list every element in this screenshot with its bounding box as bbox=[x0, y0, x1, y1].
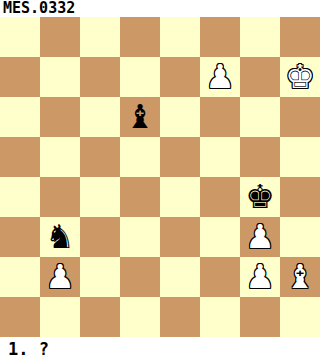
square-d6[interactable]: ♝ bbox=[120, 97, 160, 137]
square-f7[interactable]: ♟ bbox=[200, 57, 240, 97]
square-g2[interactable]: ♟ bbox=[240, 257, 280, 297]
chess-board: ♟♚♝♚♞♟♟♟♝ bbox=[0, 17, 320, 337]
square-h7[interactable]: ♚ bbox=[280, 57, 320, 97]
square-c3[interactable] bbox=[80, 217, 120, 257]
square-b5[interactable] bbox=[40, 137, 80, 177]
square-d3[interactable] bbox=[120, 217, 160, 257]
square-a2[interactable] bbox=[0, 257, 40, 297]
square-f5[interactable] bbox=[200, 137, 240, 177]
square-c1[interactable] bbox=[80, 297, 120, 337]
white-pawn: ♟ bbox=[45, 257, 75, 297]
square-a7[interactable] bbox=[0, 57, 40, 97]
square-h3[interactable] bbox=[280, 217, 320, 257]
square-d7[interactable] bbox=[120, 57, 160, 97]
square-f3[interactable] bbox=[200, 217, 240, 257]
square-f2[interactable] bbox=[200, 257, 240, 297]
black-knight: ♞ bbox=[45, 217, 75, 257]
square-a8[interactable] bbox=[0, 17, 40, 57]
square-g7[interactable] bbox=[240, 57, 280, 97]
square-f8[interactable] bbox=[200, 17, 240, 57]
puzzle-id-label: MES.0332 bbox=[3, 0, 75, 17]
square-f4[interactable] bbox=[200, 177, 240, 217]
square-g6[interactable] bbox=[240, 97, 280, 137]
square-b2[interactable]: ♟ bbox=[40, 257, 80, 297]
square-b4[interactable] bbox=[40, 177, 80, 217]
square-a5[interactable] bbox=[0, 137, 40, 177]
white-bishop: ♝ bbox=[285, 257, 315, 297]
square-a1[interactable] bbox=[0, 297, 40, 337]
square-b1[interactable] bbox=[40, 297, 80, 337]
square-h4[interactable] bbox=[280, 177, 320, 217]
square-b3[interactable]: ♞ bbox=[40, 217, 80, 257]
square-f1[interactable] bbox=[200, 297, 240, 337]
move-prompt-label: 1. ? bbox=[8, 339, 49, 359]
square-f6[interactable] bbox=[200, 97, 240, 137]
square-d2[interactable] bbox=[120, 257, 160, 297]
square-h8[interactable] bbox=[280, 17, 320, 57]
square-b6[interactable] bbox=[40, 97, 80, 137]
square-d4[interactable] bbox=[120, 177, 160, 217]
square-e2[interactable] bbox=[160, 257, 200, 297]
square-c4[interactable] bbox=[80, 177, 120, 217]
square-e3[interactable] bbox=[160, 217, 200, 257]
square-h6[interactable] bbox=[280, 97, 320, 137]
square-g8[interactable] bbox=[240, 17, 280, 57]
square-g5[interactable] bbox=[240, 137, 280, 177]
square-d1[interactable] bbox=[120, 297, 160, 337]
square-a4[interactable] bbox=[0, 177, 40, 217]
white-king: ♚ bbox=[285, 57, 315, 97]
square-c8[interactable] bbox=[80, 17, 120, 57]
square-d8[interactable] bbox=[120, 17, 160, 57]
square-c2[interactable] bbox=[80, 257, 120, 297]
square-e7[interactable] bbox=[160, 57, 200, 97]
square-e1[interactable] bbox=[160, 297, 200, 337]
white-pawn: ♟ bbox=[205, 57, 235, 97]
square-a3[interactable] bbox=[0, 217, 40, 257]
square-g4[interactable]: ♚ bbox=[240, 177, 280, 217]
square-h1[interactable] bbox=[280, 297, 320, 337]
square-b7[interactable] bbox=[40, 57, 80, 97]
square-g3[interactable]: ♟ bbox=[240, 217, 280, 257]
square-c5[interactable] bbox=[80, 137, 120, 177]
black-king: ♚ bbox=[245, 177, 275, 217]
chess-diagram-window: MES.0332 ♟♚♝♚♞♟♟♟♝ 1. ? bbox=[0, 0, 320, 360]
square-h2[interactable]: ♝ bbox=[280, 257, 320, 297]
square-c6[interactable] bbox=[80, 97, 120, 137]
square-g1[interactable] bbox=[240, 297, 280, 337]
square-e5[interactable] bbox=[160, 137, 200, 177]
square-e4[interactable] bbox=[160, 177, 200, 217]
square-a6[interactable] bbox=[0, 97, 40, 137]
square-b8[interactable] bbox=[40, 17, 80, 57]
white-pawn: ♟ bbox=[245, 257, 275, 297]
square-h5[interactable] bbox=[280, 137, 320, 177]
black-bishop: ♝ bbox=[125, 97, 155, 137]
square-e6[interactable] bbox=[160, 97, 200, 137]
white-pawn: ♟ bbox=[245, 217, 275, 257]
square-c7[interactable] bbox=[80, 57, 120, 97]
square-d5[interactable] bbox=[120, 137, 160, 177]
square-e8[interactable] bbox=[160, 17, 200, 57]
